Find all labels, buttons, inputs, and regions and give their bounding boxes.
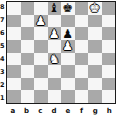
square-b7[interactable] [21, 15, 35, 28]
square-e8[interactable]: ♚ [61, 2, 75, 15]
square-b8[interactable] [21, 2, 35, 15]
square-c1[interactable] [34, 90, 48, 103]
square-c2[interactable] [34, 78, 48, 91]
square-g6[interactable] [88, 27, 102, 40]
square-b2[interactable] [21, 78, 35, 91]
square-g5[interactable] [88, 40, 102, 53]
square-a6[interactable] [7, 27, 21, 40]
square-f2[interactable] [75, 78, 89, 91]
square-e5[interactable]: ♟ [61, 40, 75, 53]
square-d3[interactable] [48, 65, 62, 78]
rank-label-2: 2 [0, 78, 5, 91]
square-b5[interactable] [21, 40, 35, 53]
file-label-f: f [75, 105, 89, 117]
file-label-c: c [34, 105, 48, 117]
square-h4[interactable] [102, 53, 116, 66]
square-g8[interactable]: ♚ [88, 2, 102, 15]
piece-black-bishop[interactable]: ♝ [49, 2, 60, 14]
piece-black-pawn[interactable]: ♟ [62, 28, 73, 40]
piece-white-pawn[interactable]: ♟ [35, 15, 46, 27]
square-a5[interactable] [7, 40, 21, 53]
square-d8[interactable]: ♝ [48, 2, 62, 15]
square-g3[interactable] [88, 65, 102, 78]
square-f4[interactable] [75, 53, 89, 66]
square-f5[interactable] [75, 40, 89, 53]
rank-label-5: 5 [0, 40, 5, 53]
square-c4[interactable] [34, 53, 48, 66]
piece-white-pawn[interactable]: ♟ [62, 40, 73, 52]
square-a2[interactable] [7, 78, 21, 91]
square-g4[interactable] [88, 53, 102, 66]
file-label-h: h [102, 105, 116, 117]
square-g1[interactable] [88, 90, 102, 103]
square-d2[interactable] [48, 78, 62, 91]
rank-labels: 87654321 [0, 1, 5, 104]
square-b4[interactable] [21, 53, 35, 66]
square-a4[interactable] [7, 53, 21, 66]
file-label-d: d [47, 105, 61, 117]
square-b3[interactable] [21, 65, 35, 78]
square-e1[interactable] [61, 90, 75, 103]
square-e3[interactable] [61, 65, 75, 78]
square-c8[interactable] [34, 2, 48, 15]
piece-white-pawn[interactable]: ♟ [49, 28, 60, 40]
square-b6[interactable] [21, 27, 35, 40]
square-d7[interactable] [48, 15, 62, 28]
square-d6[interactable]: ♟ [48, 27, 62, 40]
square-h8[interactable] [102, 2, 116, 15]
square-g7[interactable] [88, 15, 102, 28]
square-h2[interactable] [102, 78, 116, 91]
rank-label-3: 3 [0, 65, 5, 78]
square-e2[interactable] [61, 78, 75, 91]
square-h5[interactable] [102, 40, 116, 53]
square-d1[interactable] [48, 90, 62, 103]
square-c7[interactable]: ♟ [34, 15, 48, 28]
square-d5[interactable] [48, 40, 62, 53]
piece-black-king[interactable]: ♚ [62, 2, 73, 14]
square-f8[interactable] [75, 2, 89, 15]
square-g2[interactable] [88, 78, 102, 91]
square-h3[interactable] [102, 65, 116, 78]
file-label-a: a [6, 105, 20, 117]
square-c6[interactable] [34, 27, 48, 40]
square-f7[interactable] [75, 15, 89, 28]
square-f1[interactable] [75, 90, 89, 103]
rank-label-7: 7 [0, 14, 5, 27]
square-f3[interactable] [75, 65, 89, 78]
square-e7[interactable] [61, 15, 75, 28]
square-a8[interactable] [7, 2, 21, 15]
square-b1[interactable] [21, 90, 35, 103]
file-label-b: b [20, 105, 34, 117]
rank-label-1: 1 [0, 91, 5, 104]
square-c3[interactable] [34, 65, 48, 78]
rank-label-6: 6 [0, 27, 5, 40]
square-e6[interactable]: ♟ [61, 27, 75, 40]
piece-white-knight[interactable]: ♞ [49, 53, 60, 65]
file-label-g: g [89, 105, 103, 117]
file-labels: abcdefgh [6, 105, 116, 117]
square-a1[interactable] [7, 90, 21, 103]
piece-white-king[interactable]: ♚ [89, 2, 100, 14]
file-label-e: e [61, 105, 75, 117]
square-h7[interactable] [102, 15, 116, 28]
rank-label-4: 4 [0, 53, 5, 66]
square-e4[interactable] [61, 53, 75, 66]
square-h1[interactable] [102, 90, 116, 103]
square-d4[interactable]: ♞ [48, 53, 62, 66]
square-a7[interactable] [7, 15, 21, 28]
square-f6[interactable] [75, 27, 89, 40]
rank-label-8: 8 [0, 1, 5, 14]
square-a3[interactable] [7, 65, 21, 78]
board: ♝♚♚♟♟♟♟♞ [6, 1, 116, 104]
chess-diagram: 87654321 ♝♚♚♟♟♟♟♞ abcdefgh [0, 0, 118, 118]
square-c5[interactable] [34, 40, 48, 53]
square-h6[interactable] [102, 27, 116, 40]
